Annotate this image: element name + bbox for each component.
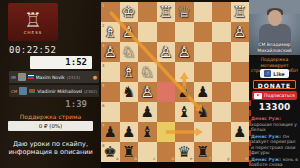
square-g3[interactable] — [212, 42, 231, 62]
square-e7[interactable] — [175, 122, 194, 142]
square-g4[interactable] — [212, 62, 231, 82]
square-c8[interactable]: c — [138, 142, 157, 162]
square-a1[interactable]: 1 — [101, 2, 120, 22]
square-c1[interactable] — [138, 2, 157, 22]
white-bishop-b4[interactable]: ♗ — [120, 62, 139, 82]
rook-logo-icon: ♖ — [24, 10, 42, 30]
player1-badge-icon: ● — [93, 74, 97, 80]
board-area: 1♔♖♕♖2♗♙♙3♙♘♙♙4♗♘5♞♙♟♟6♟♝♞7♟♟♝♟8a♚b♜cde♛… — [101, 2, 249, 162]
white-pawn-a3[interactable]: ♙ — [101, 42, 120, 62]
white-bishop-a2[interactable]: ♗ — [101, 22, 120, 42]
chat-message: Денис Руж: хорошая позиция у белых — [251, 116, 299, 133]
red-dashed-separator — [249, 100, 251, 166]
stream-timer: 00:22:52 — [9, 45, 56, 55]
file-label: d — [171, 156, 174, 161]
white-king-b1[interactable]: ♔ — [120, 2, 139, 22]
file-label: c — [153, 156, 155, 161]
black-pawn-e5[interactable]: ♟ — [175, 82, 194, 102]
white-pawn-d3[interactable]: ♙ — [157, 42, 176, 62]
like-button[interactable]: ☝ Like — [260, 69, 289, 78]
player-row-opponent[interactable]: IM Maxim Novik (2313) ● — [9, 71, 99, 83]
black-knight-b5[interactable]: ♞ — [120, 82, 139, 102]
square-e2[interactable] — [175, 22, 194, 42]
square-e8[interactable]: e♛ — [175, 142, 194, 162]
webcam-view: СМ Владимир Михайловский — [249, 0, 300, 55]
file-label: g — [227, 156, 230, 161]
player1-avatar — [18, 73, 26, 81]
square-d8[interactable]: d — [157, 142, 176, 162]
black-queen-e8[interactable]: ♛ — [175, 142, 194, 162]
white-knight-c4[interactable]: ♘ — [138, 62, 157, 82]
rank-label: 1 — [102, 3, 105, 8]
white-pawn-c5[interactable]: ♙ — [138, 82, 157, 102]
square-f3[interactable] — [194, 42, 213, 62]
square-f7[interactable] — [194, 122, 213, 142]
black-rook-b8[interactable]: ♜ — [120, 142, 139, 162]
square-g8[interactable]: g — [212, 142, 231, 162]
black-pawn-f5[interactable]: ♟ — [194, 82, 213, 102]
square-e5[interactable]: ♟ — [175, 82, 194, 102]
square-d7[interactable] — [157, 122, 176, 142]
white-queen-e1[interactable]: ♕ — [175, 2, 194, 22]
black-clock: 1:39 — [30, 99, 92, 109]
logo-text: CHESS — [24, 30, 42, 35]
square-a6[interactable]: 6 — [101, 102, 120, 122]
square-h6[interactable] — [231, 102, 250, 122]
black-pawn-c6[interactable]: ♟ — [138, 102, 157, 122]
youtube-play-icon — [254, 93, 262, 99]
square-c7[interactable]: ♝ — [138, 122, 157, 142]
square-g1[interactable] — [212, 2, 231, 22]
square-b2[interactable]: ♙ — [120, 22, 139, 42]
square-b1[interactable]: ♔ — [120, 2, 139, 22]
square-h1[interactable]: ♖ — [231, 2, 250, 22]
square-f8[interactable]: f♜ — [194, 142, 213, 162]
square-h8[interactable]: h — [231, 142, 250, 162]
white-knight-b3[interactable]: ♘ — [120, 42, 139, 62]
square-h7[interactable]: ♟ — [231, 122, 250, 142]
white-pawn-b2[interactable]: ♙ — [120, 22, 139, 42]
square-a5[interactable]: 5 — [101, 82, 120, 102]
square-b5[interactable]: ♞ — [120, 82, 139, 102]
donate-button[interactable]: DONATE — [253, 80, 296, 89]
white-clock: 1:52 — [30, 56, 92, 69]
black-pawn-b7[interactable]: ♟ — [120, 122, 139, 142]
player-row-streamer[interactable]: СМ Vladimir Mikhailovskiy (2382) — [9, 85, 99, 97]
chat-username[interactable]: Денис Руж: — [251, 134, 283, 139]
black-knight-f6[interactable]: ♞ — [194, 102, 213, 122]
chat-message: Денис Руж: конь в работе снова — [251, 157, 299, 167]
square-a7[interactable]: 7♟ — [101, 122, 120, 142]
player1-name: Maxim Novik — [36, 75, 65, 80]
square-d1[interactable]: ♖ — [157, 2, 176, 22]
square-b3[interactable]: ♘ — [120, 42, 139, 62]
square-c6[interactable]: ♟ — [138, 102, 157, 122]
square-f5[interactable]: ♟ — [194, 82, 213, 102]
square-g2[interactable] — [212, 22, 231, 42]
streamer-caption: СМ Владимир Михайловский — [249, 42, 300, 53]
square-f2[interactable] — [194, 22, 213, 42]
square-d2[interactable] — [157, 22, 176, 42]
black-pawn-h7[interactable]: ♟ — [231, 122, 250, 142]
player2-flag-icon — [29, 89, 35, 93]
player2-avatar — [19, 87, 27, 95]
thumbs-up-icon: ☝ — [264, 70, 271, 77]
file-label: h — [245, 156, 248, 161]
chat-username[interactable]: Денис Руж: — [251, 157, 283, 162]
lessons-info: Даю уроки по скайпу, информация в описан… — [0, 140, 101, 156]
square-d3[interactable]: ♙ — [157, 42, 176, 62]
square-b7[interactable]: ♟ — [120, 122, 139, 142]
square-h3[interactable] — [231, 42, 250, 62]
player1-flag-icon — [28, 75, 34, 79]
chess-board[interactable]: 1♔♖♕♖2♗♙♙3♙♘♙♙4♗♘5♞♙♟♟6♟♝♞7♟♟♝♟8a♚b♜cde♛… — [101, 2, 249, 162]
square-g5[interactable] — [212, 82, 231, 102]
black-pawn-a7[interactable]: ♟ — [101, 122, 120, 142]
black-rook-f8[interactable]: ♜ — [194, 142, 213, 162]
subscribe-button[interactable]: Подписаться — [252, 91, 297, 100]
square-h5[interactable] — [231, 82, 250, 102]
square-d4[interactable] — [157, 62, 176, 82]
player1-title: IM — [11, 75, 16, 80]
square-f6[interactable]: ♞ — [194, 102, 213, 122]
player2-title: СМ — [11, 89, 17, 94]
square-h2[interactable]: ♙ — [231, 22, 250, 42]
square-f4[interactable] — [194, 62, 213, 82]
chat-username[interactable]: Денис Руж: — [251, 116, 281, 121]
square-h4[interactable] — [231, 62, 250, 82]
white-pawn-e3[interactable]: ♙ — [175, 42, 194, 62]
black-bishop-e6[interactable]: ♝ — [175, 102, 194, 122]
stream-logo: ♖ CHESS — [8, 3, 58, 41]
square-b6[interactable] — [120, 102, 139, 122]
square-e1[interactable]: ♕ — [175, 2, 194, 22]
right-panel: СМ Владимир Михайловский Поддержка мотив… — [249, 0, 300, 168]
square-a2[interactable]: 2♗ — [101, 22, 120, 42]
square-e3[interactable]: ♙ — [175, 42, 194, 62]
square-f1[interactable] — [194, 2, 213, 22]
stream-screen: ♖ CHESS 00:22:52 1:52 IM Maxim Novik (23… — [0, 0, 300, 168]
chat-panel[interactable]: Денис Руж: хорошая позиция у белыхДенис … — [251, 116, 299, 166]
rank-label: 5 — [102, 83, 105, 88]
square-g6[interactable] — [212, 102, 231, 122]
player2-name: Vladimir Mikhailovskiy — [37, 89, 81, 94]
left-panel: ♖ CHESS 00:22:52 1:52 IM Maxim Novik (23… — [0, 0, 101, 168]
player2-rating: (2382) — [84, 89, 97, 94]
rank-label: 6 — [102, 103, 105, 108]
square-e4[interactable] — [175, 62, 194, 82]
square-d5[interactable] — [157, 82, 176, 102]
white-rook-d1[interactable]: ♖ — [157, 2, 176, 22]
donation-progress-bar[interactable]: 0 ₽ (0%) — [8, 121, 93, 131]
rank-label: 4 — [102, 63, 105, 68]
square-d6[interactable] — [157, 102, 176, 122]
square-c4[interactable]: ♘ — [138, 62, 157, 82]
square-b8[interactable]: b♜ — [120, 142, 139, 162]
white-rook-h1[interactable]: ♖ — [231, 2, 250, 22]
board-shadow — [101, 162, 249, 168]
white-pawn-h2[interactable]: ♙ — [231, 22, 250, 42]
square-a3[interactable]: 3♙ — [101, 42, 120, 62]
square-c5[interactable]: ♙ — [138, 82, 157, 102]
square-g7[interactable] — [212, 122, 231, 142]
subscriber-count: 13300 — [249, 102, 300, 112]
square-c3[interactable] — [138, 42, 157, 62]
square-a8[interactable]: 8a♚ — [101, 142, 120, 162]
square-b4[interactable]: ♗ — [120, 62, 139, 82]
black-bishop-c7[interactable]: ♝ — [138, 122, 157, 142]
streamer-face — [268, 10, 282, 26]
chat-message: Денис Руж: Он atakует переиграл и перест… — [251, 134, 299, 156]
square-a4[interactable]: 4 — [101, 62, 120, 82]
support-header: Поддержка стрима — [0, 113, 101, 120]
square-e6[interactable]: ♝ — [175, 102, 194, 122]
player1-rating: (2313) — [67, 75, 80, 80]
square-c2[interactable] — [138, 22, 157, 42]
black-king-a8[interactable]: ♚ — [101, 142, 120, 162]
